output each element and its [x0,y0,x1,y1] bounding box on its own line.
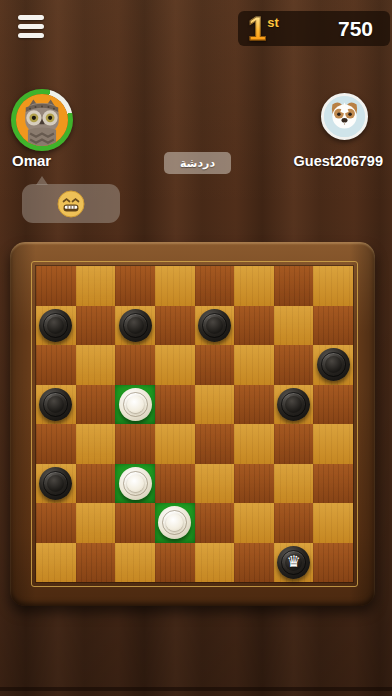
black-man-piece[interactable] [198,309,231,342]
king-crown-icon: ♛ [277,546,310,579]
board-cell[interactable] [36,306,76,346]
black-man-piece[interactable] [119,309,152,342]
board-cell[interactable] [195,503,235,543]
board-cell[interactable] [36,385,76,425]
board-cell[interactable] [36,345,76,385]
board-cell[interactable] [274,503,314,543]
player-right-avatar[interactable] [321,93,368,140]
rank-score-badge: 1 st 750 [238,11,390,46]
board-cell[interactable] [76,503,116,543]
black-man-piece[interactable] [39,388,72,421]
board-cell[interactable] [313,424,353,464]
board-cell[interactable] [115,464,155,504]
chat-button-label: دردشة [180,157,215,170]
board-cell[interactable] [155,306,195,346]
player-left-name: Omar [12,152,51,169]
white-man-piece[interactable] [158,506,191,539]
white-man-piece[interactable] [119,467,152,500]
board-cell[interactable] [76,385,116,425]
board-cell[interactable] [36,424,76,464]
board-cell[interactable] [195,464,235,504]
board-cell[interactable] [274,345,314,385]
board-cell[interactable] [195,543,235,583]
player-right-name: Guest206799 [294,153,383,169]
hamburger-icon [18,15,44,20]
board-cell[interactable] [274,464,314,504]
board-cell[interactable] [155,543,195,583]
score-value: 750 [338,17,373,41]
hamburger-icon [18,24,44,29]
rank-number: 1 [248,11,266,46]
board-cell[interactable] [313,266,353,306]
board-cell[interactable] [274,306,314,346]
board-cell[interactable] [115,306,155,346]
board-cell[interactable] [234,385,274,425]
floor-shadow-line [0,687,392,691]
board-cell[interactable] [76,543,116,583]
owl-avatar-icon [16,94,68,146]
board-cell[interactable] [195,385,235,425]
black-man-piece[interactable] [317,348,350,381]
board-cell[interactable] [195,424,235,464]
black-king-piece[interactable]: ♛ [277,546,310,579]
board-cell[interactable] [234,306,274,346]
white-man-piece[interactable] [119,388,152,421]
board-cell[interactable] [313,345,353,385]
board-cell[interactable] [76,464,116,504]
game-screen: 1 st 750 [0,0,392,696]
menu-button[interactable] [18,15,44,38]
checkers-board: ♛ [10,242,375,606]
board-cell[interactable] [115,385,155,425]
board-cell[interactable] [234,464,274,504]
board-cell[interactable] [36,464,76,504]
board-cell[interactable] [195,266,235,306]
board-cell[interactable] [115,543,155,583]
chat-button[interactable]: دردشة [164,152,231,174]
player-left-avatar[interactable] [11,89,73,151]
board-cell[interactable] [234,266,274,306]
board-grid: ♛ [36,266,353,582]
board-cell[interactable] [76,345,116,385]
board-cell[interactable] [155,266,195,306]
board-cell[interactable] [36,503,76,543]
board-cell[interactable] [195,306,235,346]
black-man-piece[interactable] [39,467,72,500]
board-cell[interactable] [36,266,76,306]
board-cell[interactable] [274,266,314,306]
board-cell[interactable] [274,424,314,464]
board-cell[interactable] [76,306,116,346]
board-cell[interactable] [234,543,274,583]
black-man-piece[interactable] [277,388,310,421]
dog-avatar-icon [324,96,365,137]
board-cell[interactable] [155,345,195,385]
hamburger-icon [18,33,44,38]
board-cell[interactable] [115,503,155,543]
beaming-face-emoji-icon [57,190,85,218]
rank-suffix: st [267,15,279,30]
board-cell[interactable] [115,345,155,385]
board-cell[interactable] [313,306,353,346]
board-cell[interactable] [36,543,76,583]
board-cell[interactable] [115,266,155,306]
board-cell[interactable] [234,503,274,543]
board-cell[interactable] [155,424,195,464]
board-cell[interactable] [76,424,116,464]
board-cell[interactable] [155,464,195,504]
board-cell[interactable] [234,345,274,385]
board-cell[interactable] [155,385,195,425]
board-cell[interactable] [76,266,116,306]
board-cell[interactable] [195,345,235,385]
chat-speech-bubble [22,184,120,223]
board-cell[interactable] [115,424,155,464]
board-cell[interactable] [313,464,353,504]
board-cell[interactable] [313,543,353,583]
black-man-piece[interactable] [39,309,72,342]
board-cell[interactable] [313,503,353,543]
board-cell[interactable] [313,385,353,425]
board-cell[interactable] [274,385,314,425]
board-cell[interactable] [155,503,195,543]
board-cell[interactable]: ♛ [274,543,314,583]
board-cell[interactable] [234,424,274,464]
